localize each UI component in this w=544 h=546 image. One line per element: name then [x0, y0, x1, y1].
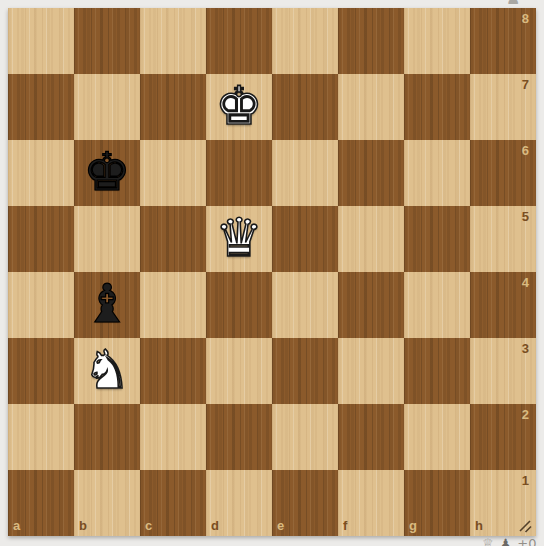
queen-crown-icon[interactable]: ♕	[482, 537, 494, 546]
square-b2[interactable]	[74, 404, 140, 470]
square-a8[interactable]	[8, 8, 74, 74]
square-d7[interactable]: ♚	[206, 74, 272, 140]
black-bishop[interactable]: ♝	[74, 272, 140, 338]
square-e5[interactable]	[272, 206, 338, 272]
square-e7[interactable]	[272, 74, 338, 140]
page: { "game": "chess", "position": { "fen": …	[0, 0, 544, 546]
square-f4[interactable]	[338, 272, 404, 338]
file-label-d: d	[211, 519, 219, 532]
square-c5[interactable]	[140, 206, 206, 272]
square-d5[interactable]: ♛	[206, 206, 272, 272]
square-h7[interactable]: 7	[470, 74, 536, 140]
square-b4[interactable]: ♝	[74, 272, 140, 338]
square-d2[interactable]	[206, 404, 272, 470]
bottom-toolbar: ♕ ♟ +0	[482, 537, 536, 546]
square-d8[interactable]	[206, 8, 272, 74]
square-a2[interactable]	[8, 404, 74, 470]
square-a3[interactable]	[8, 338, 74, 404]
pawn-icon[interactable]: ♟	[506, 0, 520, 8]
white-knight[interactable]: ♞	[74, 338, 140, 404]
square-g1[interactable]: g	[404, 470, 470, 536]
square-c1[interactable]: c	[140, 470, 206, 536]
piece-icon[interactable]: ♟	[500, 537, 512, 546]
file-label-e: e	[277, 519, 284, 532]
file-label-b: b	[79, 519, 87, 532]
square-c2[interactable]	[140, 404, 206, 470]
square-b5[interactable]	[74, 206, 140, 272]
square-h5[interactable]: 5	[470, 206, 536, 272]
rank-label-2: 2	[522, 408, 529, 421]
square-d6[interactable]	[206, 140, 272, 206]
square-a5[interactable]	[8, 206, 74, 272]
square-a6[interactable]	[8, 140, 74, 206]
square-f2[interactable]	[338, 404, 404, 470]
square-c7[interactable]	[140, 74, 206, 140]
square-f1[interactable]: f	[338, 470, 404, 536]
rank-label-6: 6	[522, 144, 529, 157]
square-c3[interactable]	[140, 338, 206, 404]
square-h3[interactable]: 3	[470, 338, 536, 404]
resize-handle-icon[interactable]	[518, 519, 532, 533]
square-g7[interactable]	[404, 74, 470, 140]
file-label-h: h	[475, 519, 483, 532]
rank-label-7: 7	[522, 78, 529, 91]
file-label-f: f	[343, 519, 347, 532]
square-g8[interactable]	[404, 8, 470, 74]
square-h2[interactable]: 2	[470, 404, 536, 470]
square-g5[interactable]	[404, 206, 470, 272]
file-label-g: g	[409, 519, 417, 532]
square-a1[interactable]: a	[8, 470, 74, 536]
square-e6[interactable]	[272, 140, 338, 206]
square-f5[interactable]	[338, 206, 404, 272]
square-a4[interactable]	[8, 272, 74, 338]
square-g2[interactable]	[404, 404, 470, 470]
square-c8[interactable]	[140, 8, 206, 74]
square-e3[interactable]	[272, 338, 338, 404]
square-b6[interactable]: ♚	[74, 140, 140, 206]
square-d4[interactable]	[206, 272, 272, 338]
rank-label-8: 8	[522, 12, 529, 25]
square-c4[interactable]	[140, 272, 206, 338]
square-g3[interactable]	[404, 338, 470, 404]
chess-board: 8♚7♚6♛5♝4♞32abcdefg1h	[8, 8, 536, 536]
file-label-c: c	[145, 519, 152, 532]
square-f3[interactable]	[338, 338, 404, 404]
file-label-a: a	[13, 519, 20, 532]
rank-label-5: 5	[522, 210, 529, 223]
square-h8[interactable]: 8	[470, 8, 536, 74]
square-h6[interactable]: 6	[470, 140, 536, 206]
square-f7[interactable]	[338, 74, 404, 140]
square-d1[interactable]: d	[206, 470, 272, 536]
white-queen[interactable]: ♛	[206, 206, 272, 272]
square-h4[interactable]: 4	[470, 272, 536, 338]
square-b7[interactable]	[74, 74, 140, 140]
square-e2[interactable]	[272, 404, 338, 470]
eval-text[interactable]: +0	[517, 537, 536, 546]
rank-label-3: 3	[522, 342, 529, 355]
square-f6[interactable]	[338, 140, 404, 206]
square-d3[interactable]	[206, 338, 272, 404]
black-king[interactable]: ♚	[74, 140, 140, 206]
square-b8[interactable]	[74, 8, 140, 74]
white-king[interactable]: ♚	[206, 74, 272, 140]
square-b1[interactable]: b	[74, 470, 140, 536]
rank-label-1: 1	[522, 474, 529, 487]
square-g4[interactable]	[404, 272, 470, 338]
rank-label-4: 4	[522, 276, 529, 289]
square-e1[interactable]: e	[272, 470, 338, 536]
square-f8[interactable]	[338, 8, 404, 74]
square-g6[interactable]	[404, 140, 470, 206]
square-e8[interactable]	[272, 8, 338, 74]
square-b3[interactable]: ♞	[74, 338, 140, 404]
square-c6[interactable]	[140, 140, 206, 206]
square-e4[interactable]	[272, 272, 338, 338]
square-a7[interactable]	[8, 74, 74, 140]
